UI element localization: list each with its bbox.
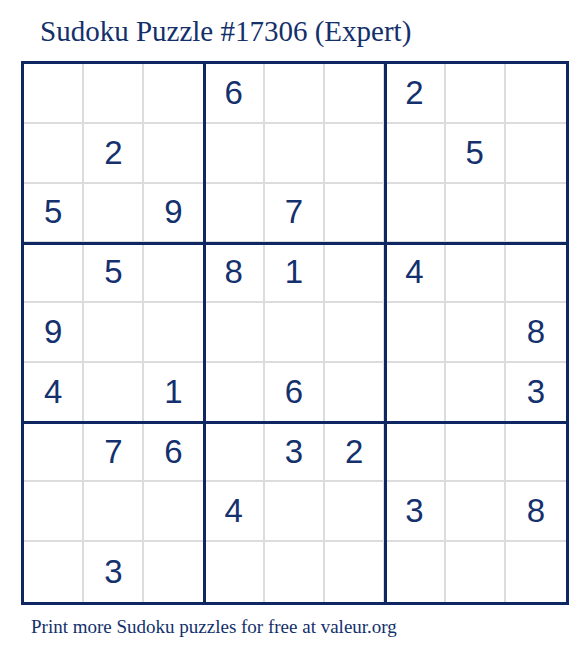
cell-r9c2: 3 xyxy=(84,542,144,602)
cell-r8c3 xyxy=(144,482,204,542)
cell-r9c3 xyxy=(144,542,204,602)
cell-r3c6 xyxy=(325,184,385,244)
block-divider-horizontal-1 xyxy=(24,242,566,245)
cell-r7c8 xyxy=(446,423,506,483)
cell-r5c7 xyxy=(385,303,445,363)
cell-r2c1 xyxy=(24,124,84,184)
cell-r2c9 xyxy=(506,124,566,184)
cell-r8c6 xyxy=(325,482,385,542)
cell-r1c9 xyxy=(506,64,566,124)
cell-r7c1 xyxy=(24,423,84,483)
cell-r6c3: 1 xyxy=(144,363,204,423)
cell-r4c6 xyxy=(325,243,385,303)
cell-r5c4 xyxy=(205,303,265,363)
cell-r9c1 xyxy=(24,542,84,602)
cell-r3c5: 7 xyxy=(265,184,325,244)
cell-r7c3: 6 xyxy=(144,423,204,483)
cell-r5c8 xyxy=(446,303,506,363)
cell-r3c4 xyxy=(205,184,265,244)
cell-r4c8 xyxy=(446,243,506,303)
cell-r8c8 xyxy=(446,482,506,542)
cell-r5c3 xyxy=(144,303,204,363)
sudoku-grid: 6225597581498416376324383 xyxy=(24,64,566,602)
cell-r9c9 xyxy=(506,542,566,602)
cell-r5c5 xyxy=(265,303,325,363)
cell-r1c3 xyxy=(144,64,204,124)
cell-r2c7 xyxy=(385,124,445,184)
cell-r6c1: 4 xyxy=(24,363,84,423)
cell-r3c1: 5 xyxy=(24,184,84,244)
cell-r7c6: 2 xyxy=(325,423,385,483)
cell-r6c2 xyxy=(84,363,144,423)
cell-r4c7: 4 xyxy=(385,243,445,303)
cell-r9c6 xyxy=(325,542,385,602)
cell-r7c4 xyxy=(205,423,265,483)
cell-r4c2: 5 xyxy=(84,243,144,303)
cell-r3c3: 9 xyxy=(144,184,204,244)
sudoku-board: 6225597581498416376324383 xyxy=(21,61,569,605)
cell-r8c5 xyxy=(265,482,325,542)
cell-r5c1: 9 xyxy=(24,303,84,363)
cell-r8c4: 4 xyxy=(205,482,265,542)
cell-r9c7 xyxy=(385,542,445,602)
cell-r8c2 xyxy=(84,482,144,542)
cell-r6c9: 3 xyxy=(506,363,566,423)
cell-r5c6 xyxy=(325,303,385,363)
cell-r2c2: 2 xyxy=(84,124,144,184)
cell-r4c9 xyxy=(506,243,566,303)
cell-r8c1 xyxy=(24,482,84,542)
cell-r5c2 xyxy=(84,303,144,363)
cell-r2c4 xyxy=(205,124,265,184)
cell-r1c7: 2 xyxy=(385,64,445,124)
cell-r8c7: 3 xyxy=(385,482,445,542)
footer-text: Print more Sudoku puzzles for free at va… xyxy=(31,616,397,638)
cell-r6c4 xyxy=(205,363,265,423)
cell-r1c6 xyxy=(325,64,385,124)
cell-r4c3 xyxy=(144,243,204,303)
cell-r9c8 xyxy=(446,542,506,602)
block-divider-horizontal-2 xyxy=(24,421,566,424)
cell-r2c6 xyxy=(325,124,385,184)
puzzle-title: Sudoku Puzzle #17306 (Expert) xyxy=(40,14,411,48)
sudoku-print-page: { "game": "sudoku", "title": "Sudoku Puz… xyxy=(0,0,580,651)
block-divider-vertical-1 xyxy=(203,64,206,602)
cell-r6c6 xyxy=(325,363,385,423)
cell-r7c5: 3 xyxy=(265,423,325,483)
cell-r2c8: 5 xyxy=(446,124,506,184)
cell-r7c2: 7 xyxy=(84,423,144,483)
cell-r2c3 xyxy=(144,124,204,184)
cell-r1c5 xyxy=(265,64,325,124)
cell-r4c4: 8 xyxy=(205,243,265,303)
cell-r3c8 xyxy=(446,184,506,244)
cell-r1c1 xyxy=(24,64,84,124)
cell-r7c7 xyxy=(385,423,445,483)
cell-r1c4: 6 xyxy=(205,64,265,124)
cell-r4c5: 1 xyxy=(265,243,325,303)
cell-r2c5 xyxy=(265,124,325,184)
cell-r6c8 xyxy=(446,363,506,423)
cell-r1c8 xyxy=(446,64,506,124)
block-divider-vertical-2 xyxy=(384,64,387,602)
cell-r9c5 xyxy=(265,542,325,602)
cell-r4c1 xyxy=(24,243,84,303)
cell-r3c2 xyxy=(84,184,144,244)
cell-r7c9 xyxy=(506,423,566,483)
cell-r5c9: 8 xyxy=(506,303,566,363)
cell-r6c7 xyxy=(385,363,445,423)
cell-r3c9 xyxy=(506,184,566,244)
cell-r1c2 xyxy=(84,64,144,124)
cell-r9c4 xyxy=(205,542,265,602)
cell-r3c7 xyxy=(385,184,445,244)
cell-r6c5: 6 xyxy=(265,363,325,423)
cell-r8c9: 8 xyxy=(506,482,566,542)
